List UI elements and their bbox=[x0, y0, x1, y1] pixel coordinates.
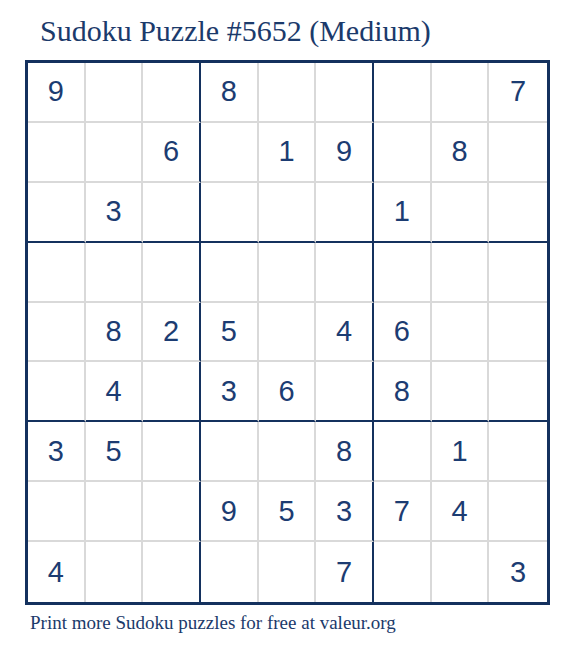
cell-r1c1: 9 bbox=[28, 63, 86, 123]
cell-r8c7: 7 bbox=[374, 482, 432, 542]
cell-r5c9 bbox=[489, 303, 547, 363]
cell-r3c3 bbox=[143, 183, 201, 243]
cell-r6c2: 4 bbox=[86, 362, 144, 422]
cell-r3c7: 1 bbox=[374, 183, 432, 243]
cell-r7c3 bbox=[143, 422, 201, 482]
cell-r9c8 bbox=[432, 542, 490, 602]
cell-r8c9 bbox=[489, 482, 547, 542]
cell-r8c3 bbox=[143, 482, 201, 542]
cell-r3c1 bbox=[28, 183, 86, 243]
cell-r5c6: 4 bbox=[316, 303, 374, 363]
cell-r5c5 bbox=[259, 303, 317, 363]
cell-r5c7: 6 bbox=[374, 303, 432, 363]
cell-r2c5: 1 bbox=[259, 123, 317, 183]
cell-r3c8 bbox=[432, 183, 490, 243]
cell-r6c7: 8 bbox=[374, 362, 432, 422]
cell-r9c1: 4 bbox=[28, 542, 86, 602]
cell-r9c9: 3 bbox=[489, 542, 547, 602]
cell-r4c6 bbox=[316, 243, 374, 303]
cell-r1c4: 8 bbox=[201, 63, 259, 123]
cell-r8c5: 5 bbox=[259, 482, 317, 542]
cell-r9c2 bbox=[86, 542, 144, 602]
cell-r5c8 bbox=[432, 303, 490, 363]
cell-r5c2: 8 bbox=[86, 303, 144, 363]
cell-r5c4: 5 bbox=[201, 303, 259, 363]
cell-r5c1 bbox=[28, 303, 86, 363]
cell-r4c3 bbox=[143, 243, 201, 303]
cell-r7c7 bbox=[374, 422, 432, 482]
cell-r7c6: 8 bbox=[316, 422, 374, 482]
sudoku-board: 987619831825464368358195374473 bbox=[25, 60, 550, 605]
cell-r1c7 bbox=[374, 63, 432, 123]
cell-r3c4 bbox=[201, 183, 259, 243]
cell-r6c5: 6 bbox=[259, 362, 317, 422]
cell-r8c6: 3 bbox=[316, 482, 374, 542]
cell-r4c9 bbox=[489, 243, 547, 303]
cell-r4c4 bbox=[201, 243, 259, 303]
cell-r8c8: 4 bbox=[432, 482, 490, 542]
cell-r2c6: 9 bbox=[316, 123, 374, 183]
cell-r5c3: 2 bbox=[143, 303, 201, 363]
cell-r2c2 bbox=[86, 123, 144, 183]
cell-r9c3 bbox=[143, 542, 201, 602]
cell-r3c5 bbox=[259, 183, 317, 243]
cell-r2c4 bbox=[201, 123, 259, 183]
cell-r7c5 bbox=[259, 422, 317, 482]
cell-r9c4 bbox=[201, 542, 259, 602]
cell-r8c4: 9 bbox=[201, 482, 259, 542]
cell-r6c9 bbox=[489, 362, 547, 422]
cell-r6c4: 3 bbox=[201, 362, 259, 422]
cell-r3c6 bbox=[316, 183, 374, 243]
cell-r4c8 bbox=[432, 243, 490, 303]
cell-r4c2 bbox=[86, 243, 144, 303]
cell-r1c2 bbox=[86, 63, 144, 123]
cell-r7c2: 5 bbox=[86, 422, 144, 482]
cell-r7c4 bbox=[201, 422, 259, 482]
cell-r2c9 bbox=[489, 123, 547, 183]
cell-r6c8 bbox=[432, 362, 490, 422]
cell-r9c6: 7 bbox=[316, 542, 374, 602]
cell-r1c9: 7 bbox=[489, 63, 547, 123]
cell-r1c8 bbox=[432, 63, 490, 123]
cell-r7c9 bbox=[489, 422, 547, 482]
cell-r1c3 bbox=[143, 63, 201, 123]
cell-r2c7 bbox=[374, 123, 432, 183]
cell-r2c1 bbox=[28, 123, 86, 183]
cell-r7c1: 3 bbox=[28, 422, 86, 482]
cell-r6c1 bbox=[28, 362, 86, 422]
cell-r4c5 bbox=[259, 243, 317, 303]
cell-r9c5 bbox=[259, 542, 317, 602]
cell-r6c6 bbox=[316, 362, 374, 422]
cell-r4c7 bbox=[374, 243, 432, 303]
cell-r7c8: 1 bbox=[432, 422, 490, 482]
cell-r8c2 bbox=[86, 482, 144, 542]
cell-r6c3 bbox=[143, 362, 201, 422]
cell-r1c6 bbox=[316, 63, 374, 123]
footer-credit-text: Print more Sudoku puzzles for free at va… bbox=[30, 612, 396, 634]
cell-r9c7 bbox=[374, 542, 432, 602]
cell-r3c9 bbox=[489, 183, 547, 243]
cell-r3c2: 3 bbox=[86, 183, 144, 243]
cell-r2c3: 6 bbox=[143, 123, 201, 183]
cell-r4c1 bbox=[28, 243, 86, 303]
cell-r1c5 bbox=[259, 63, 317, 123]
cell-r8c1 bbox=[28, 482, 86, 542]
page-title: Sudoku Puzzle #5652 (Medium) bbox=[40, 14, 431, 48]
cell-r2c8: 8 bbox=[432, 123, 490, 183]
